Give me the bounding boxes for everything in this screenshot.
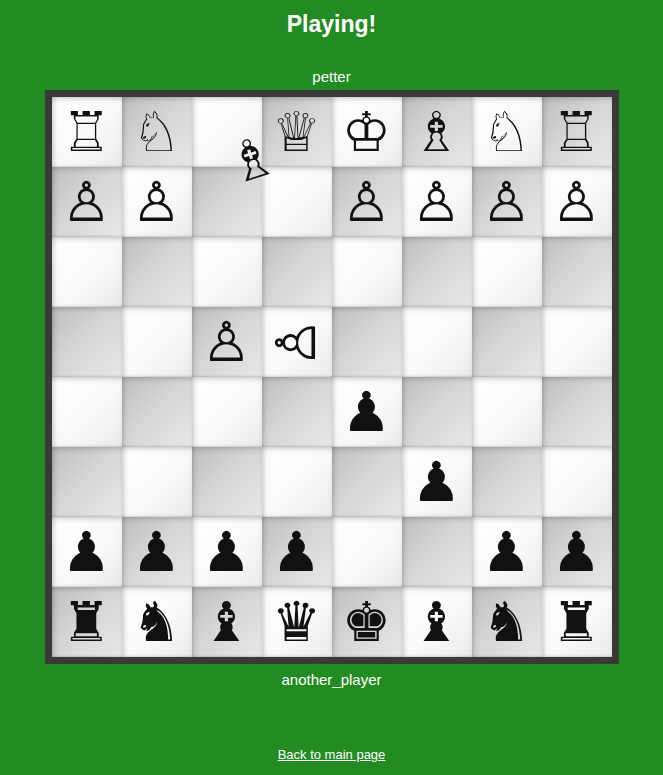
white-pawn-e2[interactable]: ♙ (342, 175, 391, 230)
square-c5[interactable] (192, 377, 262, 447)
square-h5[interactable] (542, 377, 612, 447)
square-e5[interactable]: ♟ (332, 377, 402, 447)
square-f4[interactable] (402, 307, 472, 377)
square-g8[interactable]: ♞ (472, 587, 542, 657)
top-player-name: petter (0, 68, 663, 85)
black-pawn-h7[interactable]: ♟ (552, 525, 601, 580)
bottom-player-name: another_player (0, 671, 663, 688)
black-pawn-d7[interactable]: ♟ (272, 525, 321, 580)
black-rook-h8[interactable]: ♜ (552, 595, 601, 650)
square-f1[interactable]: ♗ (402, 97, 472, 167)
black-rook-a8[interactable]: ♜ (62, 595, 111, 650)
white-king-e1[interactable]: ♔ (342, 105, 391, 160)
white-pawn-h2[interactable]: ♙ (552, 175, 601, 230)
black-king-e8[interactable]: ♚ (342, 595, 391, 650)
square-a2[interactable]: ♙ (52, 167, 122, 237)
square-b7[interactable]: ♟ (122, 517, 192, 587)
square-c8[interactable]: ♝ (192, 587, 262, 657)
black-pawn-f6[interactable]: ♟ (412, 455, 461, 510)
square-d6[interactable] (262, 447, 332, 517)
square-c3[interactable] (192, 237, 262, 307)
square-d2[interactable] (262, 167, 332, 237)
square-d7[interactable]: ♟ (262, 517, 332, 587)
square-h8[interactable]: ♜ (542, 587, 612, 657)
square-g5[interactable] (472, 377, 542, 447)
square-f3[interactable] (402, 237, 472, 307)
white-pawn-c4[interactable]: ♙ (202, 315, 251, 370)
square-b5[interactable] (122, 377, 192, 447)
square-g1[interactable]: ♘ (472, 97, 542, 167)
white-queen-d1[interactable]: ♕ (272, 105, 321, 160)
black-pawn-b7[interactable]: ♟ (132, 525, 181, 580)
white-rook-a1[interactable]: ♖ (62, 105, 111, 160)
square-h7[interactable]: ♟ (542, 517, 612, 587)
square-d3[interactable] (262, 237, 332, 307)
white-knight-b1[interactable]: ♘ (132, 105, 181, 160)
square-b6[interactable] (122, 447, 192, 517)
square-e6[interactable] (332, 447, 402, 517)
black-pawn-e5[interactable]: ♟ (342, 385, 391, 440)
square-a5[interactable] (52, 377, 122, 447)
chess-board: ♖♘♕♔♗♘♖♙♙♙♙♙♙♙♙♟♟♟♟♟♟♟♟♜♞♝♛♚♝♞♜ (45, 90, 619, 664)
square-e7[interactable] (332, 517, 402, 587)
page: { "header": { "title": "Playing!" }, "pl… (0, 0, 663, 775)
back-link-wrap: Back to main page (0, 745, 663, 775)
square-e1[interactable]: ♔ (332, 97, 402, 167)
square-d1[interactable]: ♕ (262, 97, 332, 167)
square-f7[interactable] (402, 517, 472, 587)
square-e3[interactable] (332, 237, 402, 307)
black-knight-g8[interactable]: ♞ (482, 595, 531, 650)
black-knight-b8[interactable]: ♞ (132, 595, 181, 650)
square-d5[interactable] (262, 377, 332, 447)
page-title: Playing! (0, 0, 663, 38)
black-pawn-c7[interactable]: ♟ (202, 525, 251, 580)
square-a1[interactable]: ♖ (52, 97, 122, 167)
square-d8[interactable]: ♛ (262, 587, 332, 657)
square-f2[interactable]: ♙ (402, 167, 472, 237)
square-c1[interactable] (192, 97, 262, 167)
square-c7[interactable]: ♟ (192, 517, 262, 587)
square-h3[interactable] (542, 237, 612, 307)
square-g7[interactable]: ♟ (472, 517, 542, 587)
white-pawn-b2[interactable]: ♙ (132, 175, 181, 230)
white-pawn-a2[interactable]: ♙ (62, 175, 111, 230)
white-pawn-d4[interactable]: ♙ (269, 317, 324, 366)
square-f5[interactable] (402, 377, 472, 447)
square-h2[interactable]: ♙ (542, 167, 612, 237)
square-d4[interactable]: ♙ (262, 307, 332, 377)
square-f6[interactable]: ♟ (402, 447, 472, 517)
square-h6[interactable] (542, 447, 612, 517)
black-queen-d8[interactable]: ♛ (272, 595, 321, 650)
square-b2[interactable]: ♙ (122, 167, 192, 237)
black-pawn-a7[interactable]: ♟ (62, 525, 111, 580)
square-c2[interactable] (192, 167, 262, 237)
square-c6[interactable] (192, 447, 262, 517)
square-g4[interactable] (472, 307, 542, 377)
square-a8[interactable]: ♜ (52, 587, 122, 657)
board-wrap: ♖♘♕♔♗♘♖♙♙♙♙♙♙♙♙♟♟♟♟♟♟♟♟♜♞♝♛♚♝♞♜ ♗ (45, 90, 619, 664)
square-g3[interactable] (472, 237, 542, 307)
square-b4[interactable] (122, 307, 192, 377)
square-a4[interactable] (52, 307, 122, 377)
black-pawn-g7[interactable]: ♟ (482, 525, 531, 580)
white-rook-h1[interactable]: ♖ (552, 105, 601, 160)
white-pawn-f2[interactable]: ♙ (412, 175, 461, 230)
white-knight-g1[interactable]: ♘ (482, 105, 531, 160)
square-e4[interactable] (332, 307, 402, 377)
square-e2[interactable]: ♙ (332, 167, 402, 237)
square-f8[interactable]: ♝ (402, 587, 472, 657)
square-b3[interactable] (122, 237, 192, 307)
back-to-main-page-link[interactable]: Back to main page (278, 747, 386, 762)
square-h4[interactable] (542, 307, 612, 377)
square-a3[interactable] (52, 237, 122, 307)
black-bishop-f8[interactable]: ♝ (412, 595, 461, 650)
square-g2[interactable]: ♙ (472, 167, 542, 237)
square-b8[interactable]: ♞ (122, 587, 192, 657)
white-bishop-f1[interactable]: ♗ (412, 105, 461, 160)
square-c4[interactable]: ♙ (192, 307, 262, 377)
white-pawn-g2[interactable]: ♙ (482, 175, 531, 230)
square-g6[interactable] (472, 447, 542, 517)
square-h1[interactable]: ♖ (542, 97, 612, 167)
square-b1[interactable]: ♘ (122, 97, 192, 167)
black-bishop-c8[interactable]: ♝ (202, 595, 251, 650)
square-a7[interactable]: ♟ (52, 517, 122, 587)
square-e8[interactable]: ♚ (332, 587, 402, 657)
square-a6[interactable] (52, 447, 122, 517)
